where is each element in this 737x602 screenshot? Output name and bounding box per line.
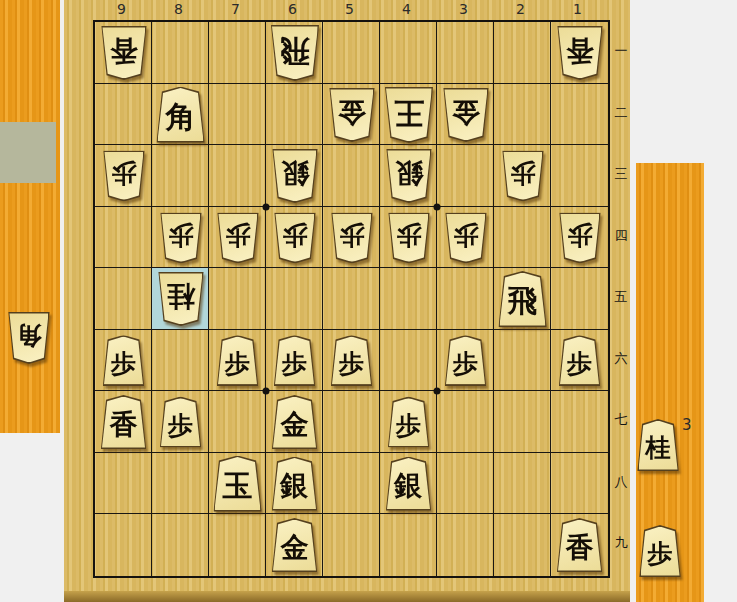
piece-face: 歩 <box>503 152 542 200</box>
koma-7f-sente-pawn[interactable]: 歩 <box>217 335 259 386</box>
koma-6f-sente-pawn[interactable]: 歩 <box>274 335 316 386</box>
piece-face: 歩 <box>389 214 428 262</box>
piece-face: 歩 <box>218 214 257 262</box>
pawn-kanji: 歩 <box>396 408 421 441</box>
sente-piece-shape: 歩 <box>388 397 430 448</box>
piece-face: 銀 <box>273 151 316 202</box>
lance-kanji: 香 <box>566 32 594 70</box>
sente-piece-shape: 銀 <box>386 457 432 511</box>
sente-piece-shape: 銀 <box>272 457 318 511</box>
square-9i[interactable] <box>95 514 152 576</box>
koma-4b-gote-king[interactable]: 王 <box>384 87 433 143</box>
gote-piece-shape: 歩 <box>274 212 316 263</box>
koma-7h-sente-king[interactable]: 玉 <box>213 456 262 512</box>
koma-1a-gote-lance[interactable]: 香 <box>557 26 603 80</box>
koma-5b-gote-gold[interactable]: 金 <box>329 88 375 142</box>
sente-piece-shape: 金 <box>272 518 318 572</box>
silver-kanji: 銀 <box>395 155 423 193</box>
star-point <box>434 388 441 395</box>
sente-piece-shape: 飛 <box>498 271 547 327</box>
square-2f[interactable] <box>494 330 551 392</box>
gote-piece-shape: 金 <box>329 88 375 142</box>
piece-face: 歩 <box>560 214 599 262</box>
square-9h[interactable] <box>95 453 152 515</box>
king-kanji: 王 <box>394 92 424 133</box>
piece-face: 角 <box>158 88 204 141</box>
square-7c[interactable] <box>209 145 266 207</box>
gote-piece-shape: 歩 <box>445 212 487 263</box>
koma-6i-sente-gold[interactable]: 金 <box>272 518 318 572</box>
koma-8e-gote-knight[interactable]: 桂 <box>158 272 204 326</box>
pawn-kanji: 歩 <box>648 537 673 570</box>
piece-face: 金 <box>444 89 487 140</box>
koma-7d-gote-pawn[interactable]: 歩 <box>217 212 259 263</box>
square-5a[interactable] <box>323 22 380 84</box>
square-7g[interactable] <box>209 391 266 453</box>
koma-8g-sente-pawn[interactable]: 歩 <box>160 397 202 448</box>
gote-piece-shape: 王 <box>384 87 433 143</box>
square-2b[interactable] <box>494 84 551 146</box>
square-8c[interactable] <box>152 145 209 207</box>
gote-piece-shape: 銀 <box>386 149 432 203</box>
square-5g[interactable] <box>323 391 380 453</box>
pawn-kanji: 歩 <box>396 219 421 252</box>
bishop-kanji: 角 <box>17 319 42 352</box>
rank-label-4: 四 <box>610 205 632 267</box>
pawn-kanji: 歩 <box>282 347 307 380</box>
koma-8b-sente-bishop[interactable]: 角 <box>156 87 205 143</box>
square-1c[interactable] <box>551 145 608 207</box>
pawn-kanji: 歩 <box>339 219 364 252</box>
rank-label-3: 三 <box>610 143 632 205</box>
square-4a[interactable] <box>380 22 437 84</box>
file-label-5: 5 <box>321 1 378 17</box>
koma-9f-sente-pawn[interactable]: 歩 <box>103 335 145 386</box>
square-7b[interactable] <box>209 84 266 146</box>
square-2g[interactable] <box>494 391 551 453</box>
sente-piece-shape: 歩 <box>331 335 373 386</box>
sente-hand-knight[interactable]: 桂 <box>637 419 679 471</box>
piece-face: 飛 <box>272 27 318 80</box>
square-3c[interactable] <box>437 145 494 207</box>
square-5e[interactable] <box>323 268 380 330</box>
koma-4g-sente-pawn[interactable]: 歩 <box>388 397 430 448</box>
koma-4d-gote-pawn[interactable]: 歩 <box>388 212 430 263</box>
piece-face: 金 <box>273 520 316 571</box>
square-8f[interactable] <box>152 330 209 392</box>
sente-piece-shape: 香 <box>557 518 603 572</box>
gote-piece-shape: 桂 <box>158 272 204 326</box>
square-7i[interactable] <box>209 514 266 576</box>
square-1b[interactable] <box>551 84 608 146</box>
square-9d[interactable] <box>95 207 152 269</box>
star-point <box>263 203 270 210</box>
piece-face: 金 <box>330 89 373 140</box>
square-4e[interactable] <box>380 268 437 330</box>
rank-label-9: 九 <box>610 512 632 574</box>
square-8i[interactable] <box>152 514 209 576</box>
rank-label-8: 八 <box>610 451 632 513</box>
pawn-kanji: 歩 <box>510 157 535 190</box>
board-bottom-edge <box>64 591 630 602</box>
sente-hand-knight-count: 3 <box>682 416 692 434</box>
koma-6h-sente-silver[interactable]: 銀 <box>272 457 318 511</box>
sente-piece-shape: 歩 <box>445 335 487 386</box>
square-7e[interactable] <box>209 268 266 330</box>
piece-face: 桂 <box>639 421 678 470</box>
square-1e[interactable] <box>551 268 608 330</box>
gote-piece-shape: 歩 <box>559 212 601 263</box>
square-3h[interactable] <box>437 453 494 515</box>
gote-piece-shape: 香 <box>557 26 603 80</box>
square-8a[interactable] <box>152 22 209 84</box>
koma-3b-gote-gold[interactable]: 金 <box>443 88 489 142</box>
rank-label-6: 六 <box>610 328 632 390</box>
gold-kanji: 金 <box>281 406 309 444</box>
square-3i[interactable] <box>437 514 494 576</box>
piece-face: 歩 <box>389 398 428 446</box>
shogi-app: 角 香飛香角金王金歩銀銀歩歩歩歩歩歩歩歩桂飛歩歩歩歩歩歩香歩金歩玉銀銀金香 98… <box>0 0 737 602</box>
piece-face: 歩 <box>104 152 143 200</box>
gote-piece-shape: 飛 <box>270 25 319 81</box>
gote-piece-shape: 歩 <box>388 212 430 263</box>
gote-piece-shape: 歩 <box>217 212 259 263</box>
koma-4h-sente-silver[interactable]: 銀 <box>386 457 432 511</box>
rook-kanji: 飛 <box>508 281 538 322</box>
square-2d[interactable] <box>494 207 551 269</box>
sente-piece-shape: 歩 <box>639 525 681 577</box>
square-2a[interactable] <box>494 22 551 84</box>
koma-9g-sente-lance[interactable]: 香 <box>101 395 147 449</box>
knight-kanji: 桂 <box>167 278 195 316</box>
rank-label-2: 二 <box>610 82 632 144</box>
piece-face: 歩 <box>446 214 485 262</box>
rank-label-5: 五 <box>610 266 632 328</box>
pawn-kanji: 歩 <box>168 219 193 252</box>
knight-kanji: 桂 <box>646 431 671 464</box>
king-kanji: 玉 <box>223 466 253 507</box>
pawn-kanji: 歩 <box>111 157 136 190</box>
sente-piece-shape: 歩 <box>103 335 145 386</box>
square-6e[interactable] <box>266 268 323 330</box>
file-label-3: 3 <box>435 1 492 17</box>
koma-6d-gote-pawn[interactable]: 歩 <box>274 212 316 263</box>
sente-piece-shape: 角 <box>156 87 205 143</box>
star-point <box>263 388 270 395</box>
sente-piece-shape: 桂 <box>637 419 679 471</box>
koma-9c-gote-pawn[interactable]: 歩 <box>103 151 145 202</box>
rank-label-1: 一 <box>610 20 632 82</box>
square-6b[interactable] <box>266 84 323 146</box>
pawn-kanji: 歩 <box>567 347 592 380</box>
file-label-4: 4 <box>378 1 435 17</box>
gote-piece-shape: 歩 <box>160 212 202 263</box>
square-3a[interactable] <box>437 22 494 84</box>
square-2h[interactable] <box>494 453 551 515</box>
lance-kanji: 香 <box>566 529 594 567</box>
sente-piece-shape: 金 <box>272 395 318 449</box>
koma-8d-gote-pawn[interactable]: 歩 <box>160 212 202 263</box>
piece-face: 歩 <box>161 214 200 262</box>
square-9e[interactable] <box>95 268 152 330</box>
lance-kanji: 香 <box>110 32 138 70</box>
square-9b[interactable] <box>95 84 152 146</box>
gote-hand-panel: 角 <box>0 0 60 433</box>
file-label-7: 7 <box>207 1 264 17</box>
gold-kanji: 金 <box>452 93 480 131</box>
piece-face: 歩 <box>275 337 314 385</box>
sente-piece-shape: 歩 <box>559 335 601 386</box>
sente-hand-panel: 桂3歩 <box>636 163 704 602</box>
lance-kanji: 香 <box>110 406 138 444</box>
piece-face: 玉 <box>215 457 261 510</box>
sente-piece-shape: 歩 <box>274 335 316 386</box>
piece-face: 銀 <box>387 458 430 509</box>
piece-face: 香 <box>558 520 601 571</box>
rank-label-7: 七 <box>610 389 632 451</box>
koma-6a-gote-rook[interactable]: 飛 <box>270 25 319 81</box>
pawn-kanji: 歩 <box>453 347 478 380</box>
square-5i[interactable] <box>323 514 380 576</box>
file-label-2: 2 <box>492 1 549 17</box>
piece-face: 歩 <box>332 337 371 385</box>
board-grid: 香飛香角金王金歩銀銀歩歩歩歩歩歩歩歩桂飛歩歩歩歩歩歩香歩金歩玉銀銀金香 <box>93 20 610 578</box>
pawn-kanji: 歩 <box>168 408 193 441</box>
gold-kanji: 金 <box>338 93 366 131</box>
piece-face: 飛 <box>500 273 546 326</box>
piece-face: 香 <box>558 28 601 79</box>
koma-5d-gote-pawn[interactable]: 歩 <box>331 212 373 263</box>
pawn-kanji: 歩 <box>567 219 592 252</box>
opponent-area-box <box>0 122 56 183</box>
gold-kanji: 金 <box>281 529 309 567</box>
piece-face: 王 <box>386 88 432 141</box>
koma-5f-sente-pawn[interactable]: 歩 <box>331 335 373 386</box>
silver-kanji: 銀 <box>281 467 309 505</box>
silver-kanji: 銀 <box>281 155 309 193</box>
gote-piece-shape: 金 <box>443 88 489 142</box>
square-5c[interactable] <box>323 145 380 207</box>
gote-hand-bishop[interactable]: 角 <box>8 312 50 364</box>
sente-piece-shape: 歩 <box>160 397 202 448</box>
koma-6g-sente-gold[interactable]: 金 <box>272 395 318 449</box>
sente-piece-shape: 玉 <box>213 456 262 512</box>
gote-piece-shape: 香 <box>101 26 147 80</box>
pawn-kanji: 歩 <box>282 219 307 252</box>
koma-1d-gote-pawn[interactable]: 歩 <box>559 212 601 263</box>
piece-face: 香 <box>102 397 145 448</box>
piece-face: 角 <box>10 314 49 363</box>
square-7a[interactable] <box>209 22 266 84</box>
koma-3d-gote-pawn[interactable]: 歩 <box>445 212 487 263</box>
piece-face: 歩 <box>104 337 143 385</box>
piece-face: 銀 <box>273 458 316 509</box>
pawn-kanji: 歩 <box>453 219 478 252</box>
square-1h[interactable] <box>551 453 608 515</box>
rook-kanji: 飛 <box>280 30 310 71</box>
sente-hand-pawn[interactable]: 歩 <box>639 525 681 577</box>
piece-face: 歩 <box>218 337 257 385</box>
koma-2c-gote-pawn[interactable]: 歩 <box>502 151 544 202</box>
koma-6c-gote-silver[interactable]: 銀 <box>272 149 318 203</box>
pawn-kanji: 歩 <box>225 219 250 252</box>
star-point <box>434 203 441 210</box>
square-3e[interactable] <box>437 268 494 330</box>
sente-piece-shape: 歩 <box>217 335 259 386</box>
square-8h[interactable] <box>152 453 209 515</box>
koma-1i-sente-lance[interactable]: 香 <box>557 518 603 572</box>
pawn-kanji: 歩 <box>339 347 364 380</box>
piece-face: 歩 <box>332 214 371 262</box>
pawn-kanji: 歩 <box>111 347 136 380</box>
koma-3f-sente-pawn[interactable]: 歩 <box>445 335 487 386</box>
shogi-board: 香飛香角金王金歩銀銀歩歩歩歩歩歩歩歩桂飛歩歩歩歩歩歩香歩金歩玉銀銀金香 9876… <box>64 0 630 602</box>
piece-face: 歩 <box>161 398 200 446</box>
pawn-kanji: 歩 <box>225 347 250 380</box>
piece-face: 香 <box>102 28 145 79</box>
koma-2e-sente-rook[interactable]: 飛 <box>498 271 547 327</box>
gote-piece-shape: 歩 <box>103 151 145 202</box>
bishop-kanji: 角 <box>166 97 196 138</box>
square-3g[interactable] <box>437 391 494 453</box>
koma-9a-gote-lance[interactable]: 香 <box>101 26 147 80</box>
piece-face: 金 <box>273 397 316 448</box>
gote-piece-shape: 歩 <box>502 151 544 202</box>
gote-piece-shape: 銀 <box>272 149 318 203</box>
piece-face: 桂 <box>159 274 202 325</box>
square-1g[interactable] <box>551 391 608 453</box>
square-5h[interactable] <box>323 453 380 515</box>
file-label-9: 9 <box>93 1 150 17</box>
koma-1f-sente-pawn[interactable]: 歩 <box>559 335 601 386</box>
gote-piece-shape: 歩 <box>331 212 373 263</box>
piece-face: 歩 <box>446 337 485 385</box>
piece-face: 銀 <box>387 151 430 202</box>
square-4f[interactable] <box>380 330 437 392</box>
sente-piece-shape: 香 <box>101 395 147 449</box>
gote-piece-shape: 角 <box>8 312 50 364</box>
koma-4c-gote-silver[interactable]: 銀 <box>386 149 432 203</box>
piece-face: 歩 <box>560 337 599 385</box>
piece-face: 歩 <box>641 527 680 576</box>
file-label-6: 6 <box>264 1 321 17</box>
file-label-8: 8 <box>150 1 207 17</box>
square-4i[interactable] <box>380 514 437 576</box>
file-label-1: 1 <box>549 1 606 17</box>
square-2i[interactable] <box>494 514 551 576</box>
piece-face: 歩 <box>275 214 314 262</box>
silver-kanji: 銀 <box>395 467 423 505</box>
